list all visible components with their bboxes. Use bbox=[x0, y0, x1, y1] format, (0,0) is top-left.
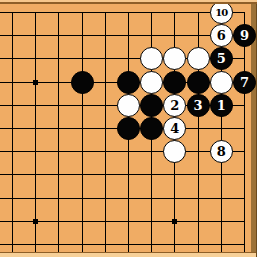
move-number: 6 bbox=[217, 29, 226, 42]
star-point bbox=[172, 219, 177, 224]
star-point bbox=[33, 80, 38, 85]
grid-line-vertical bbox=[12, 12, 13, 253]
grid-line-vertical bbox=[58, 12, 59, 253]
move-number: 10 bbox=[215, 8, 227, 18]
move-number: 9 bbox=[240, 29, 249, 42]
move-number: 5 bbox=[217, 52, 226, 65]
move-stone-6-white: 6 bbox=[210, 24, 233, 47]
stone-black bbox=[71, 71, 94, 94]
grid-line-vertical bbox=[105, 12, 106, 253]
grid-line-horizontal bbox=[0, 198, 245, 199]
stone-white bbox=[163, 47, 186, 70]
move-number: 2 bbox=[170, 99, 179, 112]
go-diagram: 10695723148 bbox=[0, 0, 257, 257]
board-frame-top-edge bbox=[0, 2, 257, 4]
stone-black bbox=[187, 71, 210, 94]
move-stone-2-white: 2 bbox=[163, 94, 186, 117]
go-board: 10695723148 bbox=[0, 0, 257, 257]
move-number: 1 bbox=[217, 99, 226, 112]
stone-black bbox=[117, 117, 140, 140]
stone-white bbox=[117, 94, 140, 117]
move-stone-3-black: 3 bbox=[187, 94, 210, 117]
grid-line-vertical bbox=[82, 12, 83, 253]
move-number: 7 bbox=[240, 76, 249, 89]
grid-line-vertical bbox=[35, 12, 36, 253]
grid-line-horizontal bbox=[0, 151, 245, 152]
stone-white bbox=[187, 47, 210, 70]
move-stone-7-black: 7 bbox=[233, 71, 256, 94]
stone-black bbox=[117, 71, 140, 94]
grid-line-horizontal bbox=[0, 244, 245, 245]
grid-line-horizontal bbox=[0, 12, 245, 13]
move-number: 3 bbox=[194, 99, 203, 112]
move-stone-8-white: 8 bbox=[210, 140, 233, 163]
move-stone-4-white: 4 bbox=[163, 117, 186, 140]
grid-line-horizontal bbox=[0, 174, 245, 175]
board-frame-bottom-highlight bbox=[0, 253, 257, 257]
stone-white bbox=[140, 71, 163, 94]
star-point bbox=[33, 219, 38, 224]
grid-line-vertical bbox=[244, 12, 245, 253]
stone-white bbox=[140, 47, 163, 70]
stone-black bbox=[140, 94, 163, 117]
grid-line-horizontal bbox=[0, 35, 245, 36]
stone-white bbox=[163, 140, 186, 163]
stone-black bbox=[140, 117, 163, 140]
board-frame-right-border bbox=[256, 0, 257, 257]
move-number: 4 bbox=[170, 122, 179, 135]
stone-white bbox=[210, 71, 233, 94]
move-stone-1-black: 1 bbox=[210, 94, 233, 117]
move-stone-5-black: 5 bbox=[210, 47, 233, 70]
stone-black bbox=[163, 71, 186, 94]
move-number: 8 bbox=[217, 145, 226, 158]
move-stone-10-white: 10 bbox=[210, 1, 233, 24]
